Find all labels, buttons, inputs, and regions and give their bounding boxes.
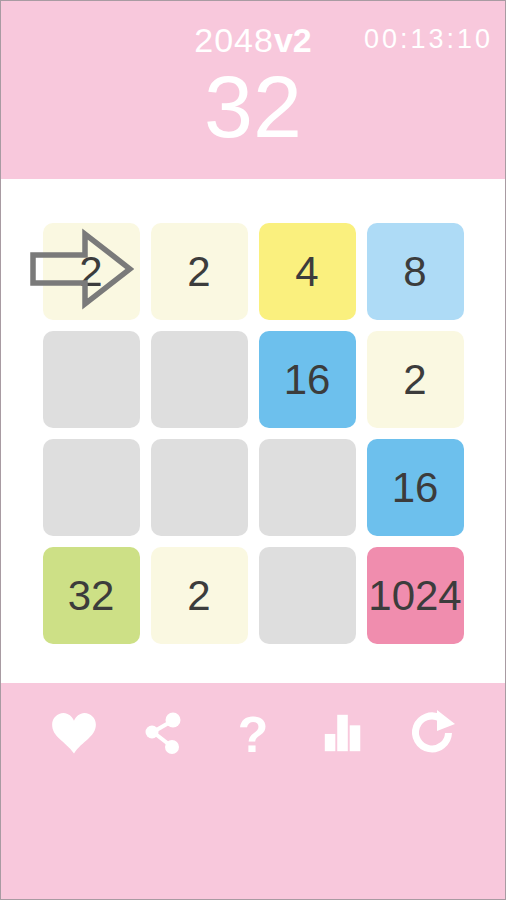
tile-2: 2 <box>151 223 248 320</box>
toolbar: ? <box>1 683 505 899</box>
tile-32: 32 <box>43 547 140 644</box>
app-title-main: 2048 <box>194 21 274 59</box>
title-row: 2048v2 00:13:10 <box>1 1 505 59</box>
help-button[interactable]: ? <box>228 710 278 760</box>
tile-2: 2 <box>151 547 248 644</box>
stats-button[interactable] <box>318 710 368 760</box>
tile-2: 2 <box>43 223 140 320</box>
tile-empty <box>43 439 140 536</box>
bar-chart-icon <box>320 710 366 760</box>
favorite-button[interactable] <box>49 710 99 760</box>
refresh-icon <box>408 709 456 761</box>
tile-16: 16 <box>259 331 356 428</box>
tile-1024: 1024 <box>367 547 464 644</box>
score-value: 32 <box>1 61 505 153</box>
share-button[interactable] <box>138 710 188 760</box>
timer: 00:13:10 <box>364 24 493 55</box>
tile-2: 2 <box>367 331 464 428</box>
question-icon: ? <box>238 710 269 760</box>
app-title: 2048v2 <box>194 21 311 60</box>
app-screen: 2048v2 00:13:10 32 2248162163221024 <box>1 1 505 899</box>
header: 2048v2 00:13:10 32 <box>1 1 505 179</box>
tile-empty <box>43 331 140 428</box>
tile-empty <box>259 547 356 644</box>
restart-button[interactable] <box>407 710 457 760</box>
tile-empty <box>151 331 248 428</box>
app-title-suffix: v2 <box>274 21 312 59</box>
tile-empty <box>259 439 356 536</box>
board-panel: 2248162163221024 <box>1 179 505 683</box>
tile-8: 8 <box>367 223 464 320</box>
heart-icon <box>52 713 96 758</box>
board[interactable]: 2248162163221024 <box>43 223 464 644</box>
tile-16: 16 <box>367 439 464 536</box>
share-icon <box>139 709 187 761</box>
toolbar-icon-row: ? <box>1 683 505 760</box>
tile-4: 4 <box>259 223 356 320</box>
tile-empty <box>151 439 248 536</box>
